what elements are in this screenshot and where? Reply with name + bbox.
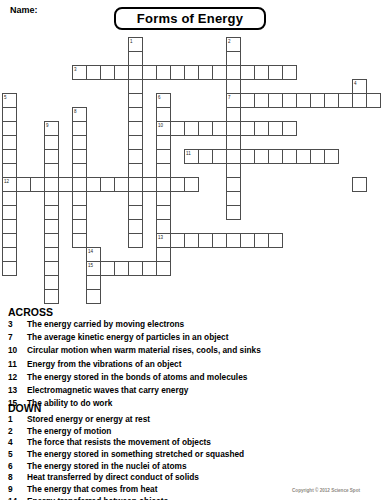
grid-cell-r4c18[interactable]	[254, 93, 269, 108]
grid-cell-r8c3[interactable]	[44, 149, 59, 164]
clue-text: The energy stored in something stretched…	[27, 449, 379, 461]
down-clue-6: 6The energy stored in the nuclei of atom…	[8, 461, 379, 473]
grid-cell-r2c5[interactable]: 3	[72, 65, 87, 80]
name-label: Name:	[10, 5, 38, 15]
down-clue-4: 4The force that resists the movement of …	[8, 437, 379, 449]
clue-number: 8	[8, 472, 27, 484]
across-clue-12: 12The energy stored in the bonds of atom…	[8, 372, 379, 385]
clue-number: 11	[8, 359, 27, 372]
grid-cell-r15c3[interactable]	[44, 247, 59, 262]
grid-cell-r6c9[interactable]	[128, 121, 143, 136]
grid-cell-r4c25[interactable]	[352, 93, 367, 108]
grid-cell-r14c9[interactable]	[128, 233, 143, 248]
grid-cell-r8c19[interactable]	[268, 149, 283, 164]
grid-cell-r12c16[interactable]	[226, 205, 241, 220]
clue-text: Electromagnetic waves that carry energy	[27, 385, 379, 398]
grid-cell-r10c0[interactable]: 12	[2, 177, 17, 192]
clue-number: 14	[8, 496, 27, 500]
clue-number: 5	[8, 449, 27, 461]
grid-cell-r2c13[interactable]	[184, 65, 199, 80]
clue-number: 3	[8, 319, 27, 332]
grid-cell-r6c16[interactable]	[226, 121, 241, 136]
grid-cell-r16c8[interactable]	[114, 261, 129, 276]
grid-cell-r6c18[interactable]	[254, 121, 269, 136]
grid-cell-r17c3[interactable]	[44, 275, 59, 290]
clue-number: 9	[8, 484, 27, 496]
grid-cell-r1c16[interactable]	[226, 51, 241, 66]
grid-cell-r6c20[interactable]	[282, 121, 297, 136]
grid-cell-r6c12[interactable]	[170, 121, 185, 136]
grid-cell-r10c9[interactable]	[128, 177, 143, 192]
grid-cell-r8c17[interactable]	[240, 149, 255, 164]
grid-cell-r6c11[interactable]: 10	[156, 121, 171, 136]
grid-cell-r0c9[interactable]: 1	[128, 37, 143, 52]
grid-cell-r2c10[interactable]	[142, 65, 157, 80]
grid-cell-r2c17[interactable]	[240, 65, 255, 80]
clue-text: The energy carried by moving electrons	[27, 319, 379, 332]
grid-cell-r10c5[interactable]	[72, 177, 87, 192]
grid-cell-r10c3[interactable]	[44, 177, 59, 192]
across-clue-list: 3The energy carried by moving electrons7…	[8, 319, 379, 411]
grid-cell-r0c16[interactable]: 2	[226, 37, 241, 52]
grid-cell-r16c10[interactable]	[142, 261, 157, 276]
grid-cell-r16c6[interactable]: 15	[86, 261, 101, 276]
grid-cell-r11c3[interactable]	[44, 191, 59, 206]
down-clue-1: 1Stored energy or energy at rest	[8, 414, 379, 426]
cell-number-2: 2	[228, 39, 231, 44]
cell-number-4: 4	[354, 81, 357, 86]
cell-number-7: 7	[228, 95, 231, 100]
grid-cell-r9c5[interactable]	[72, 163, 87, 178]
clue-text: Stored energy or energy at rest	[27, 414, 379, 426]
puzzle-title-box: Forms of Energy	[114, 7, 266, 30]
clue-number: 2	[8, 426, 27, 438]
grid-cell-r3c16[interactable]	[226, 79, 241, 94]
grid-cell-r16c11[interactable]	[156, 261, 171, 276]
grid-cell-r6c14[interactable]	[198, 121, 213, 136]
grid-cell-r11c16[interactable]	[226, 191, 241, 206]
grid-cell-r2c15[interactable]	[212, 65, 227, 80]
grid-cell-r11c0[interactable]	[2, 191, 17, 206]
grid-cell-r8c0[interactable]	[2, 149, 17, 164]
grid-cell-r2c14[interactable]	[198, 65, 213, 80]
grid-cell-r9c0[interactable]	[2, 163, 17, 178]
grid-cell-r10c6[interactable]	[86, 177, 101, 192]
grid-cell-r2c6[interactable]	[86, 65, 101, 80]
grid-cell-r6c15[interactable]	[212, 121, 227, 136]
grid-cell-r8c15[interactable]	[212, 149, 227, 164]
grid-cell-r8c21[interactable]	[296, 149, 311, 164]
grid-cell-r9c11[interactable]	[156, 163, 171, 178]
grid-cell-r2c18[interactable]	[254, 65, 269, 80]
grid-cell-r12c3[interactable]	[44, 205, 59, 220]
grid-cell-r14c12[interactable]	[170, 233, 185, 248]
clue-text: The ability to do work	[27, 398, 379, 411]
grid-cell-r7c5[interactable]	[72, 135, 87, 150]
grid-cell-r5c11[interactable]	[156, 107, 171, 122]
grid-cell-r2c19[interactable]	[268, 65, 283, 80]
grid-cell-r14c19[interactable]	[268, 233, 283, 248]
across-clue-15: 15The ability to do work	[8, 398, 379, 411]
grid-cell-r8c16[interactable]	[226, 149, 241, 164]
grid-cell-r13c5[interactable]	[72, 219, 87, 234]
grid-cell-r3c25[interactable]: 4	[352, 79, 367, 94]
down-clue-2: 2The energy of motion	[8, 426, 379, 438]
grid-cell-r6c0[interactable]	[2, 121, 17, 136]
grid-cell-r4c21[interactable]	[296, 93, 311, 108]
grid-cell-r18c3[interactable]	[44, 289, 59, 304]
grid-cell-r8c20[interactable]	[282, 149, 297, 164]
grid-cell-r10c11[interactable]	[156, 177, 171, 192]
cell-number-12: 12	[4, 179, 9, 184]
grid-cell-r13c9[interactable]	[128, 219, 143, 234]
clue-text: The average kinetic energy of particles …	[27, 332, 379, 345]
cell-number-11: 11	[186, 151, 191, 156]
grid-cell-r6c5[interactable]	[72, 121, 87, 136]
grid-cell-r16c9[interactable]	[128, 261, 143, 276]
across-clue-3: 3The energy carried by moving electrons	[8, 319, 379, 332]
grid-cell-r8c22[interactable]	[310, 149, 325, 164]
grid-cell-r18c6[interactable]	[86, 289, 101, 304]
cell-number-13: 13	[158, 235, 163, 240]
grid-cell-r8c23[interactable]	[324, 149, 339, 164]
grid-cell-r10c10[interactable]	[142, 177, 157, 192]
grid-cell-r9c3[interactable]	[44, 163, 59, 178]
grid-cell-r16c0[interactable]	[2, 261, 17, 276]
grid-cell-r8c18[interactable]	[254, 149, 269, 164]
grid-cell-r12c5[interactable]	[72, 205, 87, 220]
across-header: ACROSS	[8, 306, 53, 318]
grid-cell-r6c3[interactable]: 9	[44, 121, 59, 136]
down-header: DOWN	[8, 402, 41, 414]
grid-cell-r2c7[interactable]	[100, 65, 115, 80]
grid-cell-r12c11[interactable]	[156, 205, 171, 220]
grid-cell-r4c19[interactable]	[268, 93, 283, 108]
down-clue-14: 14Energy transferred between objects	[8, 496, 379, 500]
grid-cell-r5c16[interactable]	[226, 107, 241, 122]
grid-cell-r10c8[interactable]	[114, 177, 129, 192]
clue-number: 6	[8, 461, 27, 473]
cell-number-10: 10	[158, 123, 163, 128]
crossword-worksheet: Name: Forms of Energy 123456789101112131…	[0, 0, 381, 500]
grid-cell-r10c25[interactable]	[352, 177, 367, 192]
down-clue-8: 8Heat transferred by direct conduct of s…	[8, 472, 379, 484]
grid-cell-r14c17[interactable]	[240, 233, 255, 248]
grid-cell-r6c17[interactable]	[240, 121, 255, 136]
grid-cell-r8c11[interactable]	[156, 149, 171, 164]
grid-cell-r4c26[interactable]	[366, 93, 381, 108]
grid-cell-r4c24[interactable]	[338, 93, 353, 108]
grid-cell-r15c11[interactable]	[156, 247, 171, 262]
grid-cell-r13c0[interactable]	[2, 219, 17, 234]
across-clue-11: 11Energy from the vibrations of an objec…	[8, 359, 379, 372]
clue-text: The energy of motion	[27, 426, 379, 438]
grid-cell-r4c11[interactable]: 6	[156, 93, 171, 108]
cell-number-6: 6	[158, 95, 161, 100]
grid-cell-r10c4[interactable]	[58, 177, 73, 192]
grid-cell-r14c14[interactable]	[198, 233, 213, 248]
clue-text: The energy stored in the nuclei of atoms	[27, 461, 379, 473]
grid-cell-r17c6[interactable]	[86, 275, 101, 290]
puzzle-title: Forms of Energy	[137, 11, 243, 26]
grid-cell-r10c16[interactable]	[226, 177, 241, 192]
grid-cell-r14c0[interactable]	[2, 233, 17, 248]
clue-text: Energy transferred between objects	[27, 496, 379, 500]
grid-cell-r14c16[interactable]	[226, 233, 241, 248]
clue-number: 4	[8, 437, 27, 449]
grid-cell-r10c12[interactable]	[170, 177, 185, 192]
grid-cell-r12c0[interactable]	[2, 205, 17, 220]
grid-cell-r14c13[interactable]	[184, 233, 199, 248]
grid-cell-r2c20[interactable]	[282, 65, 297, 80]
grid-cell-r13c3[interactable]	[44, 219, 59, 234]
grid-cell-r14c15[interactable]	[212, 233, 227, 248]
clue-text: Energy from the vibrations of an object	[27, 359, 379, 372]
grid-cell-r4c0[interactable]: 5	[2, 93, 17, 108]
grid-cell-r4c20[interactable]	[282, 93, 297, 108]
grid-cell-r10c7[interactable]	[100, 177, 115, 192]
grid-cell-r8c14[interactable]	[198, 149, 213, 164]
copyright-text: Copyright © 2012 Science Spot	[292, 488, 360, 493]
cell-number-8: 8	[74, 109, 77, 114]
grid-cell-r5c0[interactable]	[2, 107, 17, 122]
grid-cell-r5c9[interactable]	[128, 107, 143, 122]
grid-cell-r8c9[interactable]	[128, 149, 143, 164]
grid-cell-r7c16[interactable]	[226, 135, 241, 150]
grid-cell-r11c9[interactable]	[128, 191, 143, 206]
grid-cell-r3c9[interactable]	[128, 79, 143, 94]
clue-text: Circular motion when warm material rises…	[27, 345, 379, 358]
grid-cell-r2c11[interactable]	[156, 65, 171, 80]
grid-cell-r5c5[interactable]: 8	[72, 107, 87, 122]
grid-cell-r4c22[interactable]	[310, 93, 325, 108]
grid-cell-r15c6[interactable]: 14	[86, 247, 101, 262]
grid-cell-r15c0[interactable]	[2, 247, 17, 262]
grid-cell-r2c9[interactable]	[128, 65, 143, 80]
cell-number-3: 3	[74, 67, 77, 72]
grid-cell-r13c11[interactable]	[156, 219, 171, 234]
cell-number-9: 9	[46, 123, 49, 128]
grid-cell-r16c3[interactable]	[44, 261, 59, 276]
grid-cell-r9c9[interactable]	[128, 163, 143, 178]
grid-cell-r4c16[interactable]: 7	[226, 93, 241, 108]
clue-number: 12	[8, 372, 27, 385]
grid-cell-r1c9[interactable]	[128, 51, 143, 66]
grid-cell-r8c5[interactable]	[72, 149, 87, 164]
cell-number-14: 14	[88, 249, 93, 254]
grid-cell-r4c9[interactable]	[128, 93, 143, 108]
grid-cell-r9c16[interactable]	[226, 163, 241, 178]
grid-cell-r7c9[interactable]	[128, 135, 143, 150]
grid-cell-r14c5[interactable]	[72, 233, 87, 248]
grid-cell-r2c8[interactable]	[114, 65, 129, 80]
clue-number: 10	[8, 345, 27, 358]
clue-number: 13	[8, 385, 27, 398]
grid-cell-r7c11[interactable]	[156, 135, 171, 150]
grid-cell-r16c7[interactable]	[100, 261, 115, 276]
grid-cell-r7c0[interactable]	[2, 135, 17, 150]
grid-cell-r2c16[interactable]	[226, 65, 241, 80]
across-clue-13: 13Electromagnetic waves that carry energ…	[8, 385, 379, 398]
cell-number-1: 1	[130, 39, 133, 44]
clue-text: The energy stored in the bonds of atoms …	[27, 372, 379, 385]
cell-number-5: 5	[4, 95, 7, 100]
grid-cell-r10c2[interactable]	[30, 177, 45, 192]
grid-cell-r6c13[interactable]	[184, 121, 199, 136]
clue-text: The force that resists the movement of o…	[27, 437, 379, 449]
clue-text: Heat transferred by direct conduct of so…	[27, 472, 379, 484]
grid-cell-r10c1[interactable]	[16, 177, 31, 192]
clue-number: 7	[8, 332, 27, 345]
grid-cell-r11c11[interactable]	[156, 191, 171, 206]
across-clue-10: 10Circular motion when warm material ris…	[8, 345, 379, 358]
grid-cell-r7c3[interactable]	[44, 135, 59, 150]
grid-cell-r2c12[interactable]	[170, 65, 185, 80]
grid-cell-r6c19[interactable]	[268, 121, 283, 136]
grid-cell-r4c17[interactable]	[240, 93, 255, 108]
grid-cell-r12c9[interactable]	[128, 205, 143, 220]
clue-number: 1	[8, 414, 27, 426]
grid-cell-r10c13[interactable]	[184, 177, 199, 192]
grid-cell-r11c5[interactable]	[72, 191, 87, 206]
grid-cell-r14c3[interactable]	[44, 233, 59, 248]
grid-cell-r14c18[interactable]	[254, 233, 269, 248]
down-clue-5: 5The energy stored in something stretche…	[8, 449, 379, 461]
grid-cell-r4c23[interactable]	[324, 93, 339, 108]
cell-number-15: 15	[88, 263, 93, 268]
grid-cell-r8c13[interactable]: 11	[184, 149, 199, 164]
grid-cell-r14c11[interactable]: 13	[156, 233, 171, 248]
across-clue-7: 7The average kinetic energy of particles…	[8, 332, 379, 345]
